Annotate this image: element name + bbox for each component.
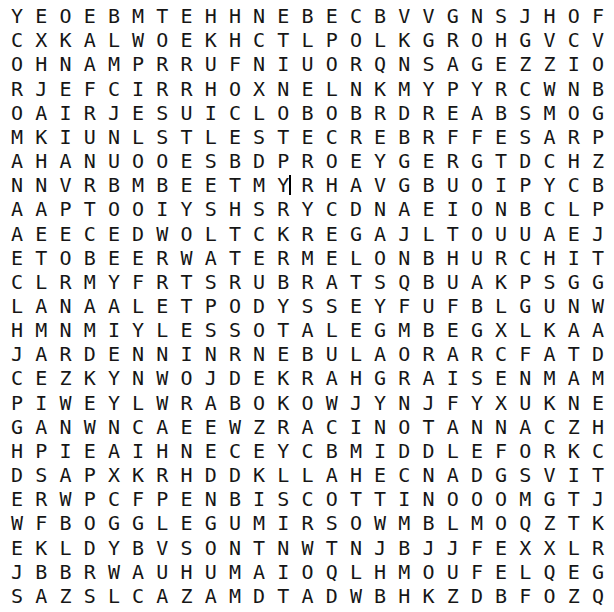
grid-cell[interactable]: A xyxy=(586,318,610,342)
grid-cell[interactable]: U xyxy=(174,101,198,125)
grid-cell[interactable]: U xyxy=(150,560,174,584)
grid-cell[interactable]: B xyxy=(368,4,392,28)
grid-cell[interactable]: G xyxy=(102,511,126,535)
grid-cell[interactable]: I xyxy=(150,197,174,221)
grid-cell[interactable]: W xyxy=(102,560,126,584)
grid-cell[interactable]: R xyxy=(271,246,295,270)
grid-cell[interactable]: K xyxy=(271,221,295,245)
grid-cell[interactable]: N xyxy=(102,415,126,439)
grid-cell[interactable]: M xyxy=(247,173,271,197)
grid-cell[interactable]: Y xyxy=(174,197,198,221)
grid-cell[interactable]: M xyxy=(392,76,416,100)
grid-cell[interactable]: H xyxy=(199,4,223,28)
letter-grid[interactable]: YEOEBMTEHHNEBECBVVGNSJHOFCXKALWOEKHCTLPO… xyxy=(5,4,610,608)
grid-cell[interactable]: A xyxy=(392,197,416,221)
grid-cell[interactable]: O xyxy=(562,4,586,28)
grid-cell[interactable]: T xyxy=(78,197,102,221)
grid-cell[interactable]: D xyxy=(320,584,344,608)
grid-cell[interactable]: R xyxy=(562,125,586,149)
grid-cell[interactable]: K xyxy=(271,366,295,390)
grid-cell[interactable]: H xyxy=(150,439,174,463)
grid-cell[interactable]: T xyxy=(489,149,513,173)
grid-cell[interactable]: M xyxy=(223,584,247,608)
grid-cell[interactable]: X xyxy=(537,536,561,560)
grid-cell[interactable]: R xyxy=(150,76,174,100)
grid-cell[interactable]: E xyxy=(586,391,610,415)
grid-cell[interactable]: O xyxy=(392,342,416,366)
grid-cell[interactable]: H xyxy=(392,584,416,608)
grid-cell[interactable]: X xyxy=(29,28,53,52)
grid-cell[interactable]: A xyxy=(150,415,174,439)
grid-cell[interactable]: P xyxy=(513,173,537,197)
grid-cell[interactable]: Y xyxy=(102,270,126,294)
grid-cell[interactable]: D xyxy=(392,101,416,125)
grid-cell[interactable]: G xyxy=(392,149,416,173)
grid-cell[interactable]: E xyxy=(320,221,344,245)
grid-cell[interactable]: O xyxy=(392,415,416,439)
grid-cell[interactable]: Z xyxy=(174,584,198,608)
grid-cell[interactable]: L xyxy=(295,463,319,487)
grid-cell[interactable]: U xyxy=(416,294,440,318)
grid-cell[interactable]: N xyxy=(126,366,150,390)
grid-cell[interactable]: O xyxy=(465,487,489,511)
grid-cell[interactable]: O xyxy=(416,560,440,584)
grid-cell[interactable]: M xyxy=(247,511,271,535)
grid-cell[interactable]: K xyxy=(416,584,440,608)
grid-cell[interactable]: Q xyxy=(586,584,610,608)
grid-cell[interactable]: U xyxy=(441,173,465,197)
grid-cell[interactable]: O xyxy=(295,560,319,584)
grid-cell[interactable]: E xyxy=(78,4,102,28)
grid-cell[interactable]: Y xyxy=(126,318,150,342)
grid-cell[interactable]: G xyxy=(562,270,586,294)
grid-cell[interactable]: O xyxy=(537,584,561,608)
grid-cell[interactable]: B xyxy=(223,487,247,511)
grid-cell[interactable]: R xyxy=(416,101,440,125)
grid-cell[interactable]: H xyxy=(174,560,198,584)
grid-cell[interactable]: T xyxy=(271,125,295,149)
grid-cell[interactable]: T xyxy=(223,246,247,270)
grid-cell[interactable]: F xyxy=(465,125,489,149)
grid-cell[interactable]: T xyxy=(150,4,174,28)
grid-cell[interactable]: S xyxy=(489,4,513,28)
grid-cell[interactable]: R xyxy=(368,101,392,125)
grid-cell[interactable]: S xyxy=(247,125,271,149)
grid-cell[interactable]: A xyxy=(368,342,392,366)
grid-cell[interactable]: L xyxy=(416,221,440,245)
grid-cell[interactable]: R xyxy=(150,246,174,270)
grid-cell[interactable]: N xyxy=(53,318,77,342)
grid-cell[interactable]: I xyxy=(247,487,271,511)
grid-cell[interactable]: P xyxy=(29,439,53,463)
grid-cell[interactable]: R xyxy=(271,415,295,439)
grid-cell[interactable]: N xyxy=(199,487,223,511)
grid-cell[interactable]: K xyxy=(29,536,53,560)
grid-cell[interactable]: L xyxy=(344,560,368,584)
grid-cell[interactable]: I xyxy=(562,463,586,487)
grid-cell[interactable]: I xyxy=(53,125,77,149)
grid-cell[interactable]: E xyxy=(441,318,465,342)
grid-cell[interactable]: N xyxy=(150,342,174,366)
grid-cell[interactable]: A xyxy=(199,246,223,270)
grid-cell[interactable]: S xyxy=(174,536,198,560)
grid-cell[interactable]: F xyxy=(441,391,465,415)
grid-cell[interactable]: A xyxy=(562,318,586,342)
grid-cell[interactable]: B xyxy=(223,149,247,173)
grid-cell[interactable]: A xyxy=(150,584,174,608)
grid-cell[interactable]: A xyxy=(441,415,465,439)
grid-cell[interactable]: C xyxy=(320,125,344,149)
grid-cell[interactable]: Q xyxy=(513,511,537,535)
grid-cell[interactable]: G xyxy=(586,560,610,584)
grid-cell[interactable]: N xyxy=(247,4,271,28)
grid-cell[interactable]: O xyxy=(223,76,247,100)
grid-cell[interactable]: R xyxy=(78,173,102,197)
grid-cell[interactable]: O xyxy=(53,246,77,270)
grid-cell[interactable]: N xyxy=(465,4,489,28)
grid-cell[interactable]: I xyxy=(174,342,198,366)
grid-cell[interactable]: O xyxy=(586,52,610,76)
grid-cell[interactable]: G xyxy=(537,487,561,511)
grid-cell[interactable]: Y xyxy=(271,439,295,463)
grid-cell[interactable]: A xyxy=(78,52,102,76)
grid-cell[interactable]: C xyxy=(320,415,344,439)
grid-cell[interactable]: B xyxy=(102,4,126,28)
grid-cell[interactable]: Y xyxy=(368,391,392,415)
grid-cell[interactable]: E xyxy=(465,439,489,463)
grid-cell[interactable]: E xyxy=(489,366,513,390)
grid-cell[interactable]: Z xyxy=(247,415,271,439)
grid-cell[interactable]: I xyxy=(53,101,77,125)
grid-cell[interactable]: J xyxy=(416,391,440,415)
grid-cell[interactable]: Y xyxy=(416,76,440,100)
grid-cell[interactable]: B xyxy=(295,342,319,366)
grid-cell[interactable]: L xyxy=(344,342,368,366)
grid-cell[interactable]: L xyxy=(5,294,29,318)
grid-cell[interactable]: R xyxy=(174,52,198,76)
grid-cell[interactable]: W xyxy=(223,415,247,439)
grid-cell[interactable]: V xyxy=(53,173,77,197)
grid-cell[interactable]: V xyxy=(368,173,392,197)
grid-cell[interactable]: L xyxy=(344,246,368,270)
grid-cell[interactable]: R xyxy=(5,76,29,100)
grid-cell[interactable]: M xyxy=(223,560,247,584)
grid-cell[interactable]: A xyxy=(126,560,150,584)
grid-cell[interactable]: I xyxy=(53,439,77,463)
grid-cell[interactable]: N xyxy=(416,463,440,487)
grid-cell[interactable]: F xyxy=(126,487,150,511)
grid-cell[interactable]: S xyxy=(513,101,537,125)
grid-cell[interactable]: U xyxy=(295,52,319,76)
grid-cell[interactable]: R xyxy=(465,342,489,366)
grid-cell[interactable]: O xyxy=(320,487,344,511)
grid-cell[interactable]: B xyxy=(416,511,440,535)
grid-cell[interactable]: O xyxy=(78,511,102,535)
grid-cell[interactable]: V xyxy=(537,463,561,487)
grid-cell[interactable]: I xyxy=(441,197,465,221)
grid-cell[interactable]: Z xyxy=(586,149,610,173)
grid-cell[interactable]: D xyxy=(247,149,271,173)
grid-cell[interactable]: G xyxy=(368,318,392,342)
grid-cell[interactable]: S xyxy=(513,463,537,487)
grid-cell[interactable]: S xyxy=(199,270,223,294)
grid-cell[interactable]: A xyxy=(465,270,489,294)
grid-cell[interactable]: N xyxy=(392,246,416,270)
grid-cell[interactable]: B xyxy=(416,173,440,197)
grid-cell[interactable]: M xyxy=(392,560,416,584)
grid-cell[interactable]: A xyxy=(465,101,489,125)
grid-cell[interactable]: T xyxy=(441,221,465,245)
grid-cell[interactable]: E xyxy=(53,221,77,245)
grid-cell[interactable]: L xyxy=(441,439,465,463)
grid-cell[interactable]: Z xyxy=(53,584,77,608)
grid-cell[interactable]: G xyxy=(465,149,489,173)
grid-cell[interactable]: T xyxy=(174,125,198,149)
grid-cell[interactable]: M xyxy=(392,318,416,342)
grid-cell[interactable]: R xyxy=(295,270,319,294)
grid-cell[interactable]: A xyxy=(78,28,102,52)
grid-cell[interactable]: K xyxy=(126,463,150,487)
grid-cell[interactable]: E xyxy=(174,487,198,511)
grid-cell[interactable]: F xyxy=(126,270,150,294)
grid-cell[interactable]: B xyxy=(53,511,77,535)
grid-cell[interactable]: H xyxy=(537,246,561,270)
grid-cell[interactable]: B xyxy=(368,584,392,608)
grid-cell[interactable]: H xyxy=(199,76,223,100)
grid-cell[interactable]: D xyxy=(223,366,247,390)
grid-cell[interactable]: O xyxy=(150,28,174,52)
grid-cell[interactable]: P xyxy=(513,270,537,294)
grid-cell[interactable]: S xyxy=(5,584,29,608)
grid-cell[interactable]: N xyxy=(392,52,416,76)
grid-cell[interactable]: Q xyxy=(537,560,561,584)
grid-cell[interactable]: N xyxy=(489,197,513,221)
grid-cell[interactable]: A xyxy=(53,149,77,173)
grid-cell[interactable]: L xyxy=(126,391,150,415)
grid-cell[interactable]: G xyxy=(465,318,489,342)
grid-cell[interactable]: C xyxy=(295,439,319,463)
grid-cell[interactable]: L xyxy=(199,221,223,245)
grid-cell[interactable]: F xyxy=(78,76,102,100)
grid-cell[interactable]: E xyxy=(174,511,198,535)
grid-cell[interactable]: O xyxy=(295,391,319,415)
grid-cell[interactable]: U xyxy=(465,246,489,270)
grid-cell[interactable]: C xyxy=(537,149,561,173)
grid-cell[interactable]: N xyxy=(53,294,77,318)
grid-cell[interactable]: W xyxy=(150,221,174,245)
grid-cell[interactable]: N xyxy=(271,76,295,100)
grid-cell[interactable]: D xyxy=(247,294,271,318)
grid-cell[interactable]: F xyxy=(489,439,513,463)
grid-cell[interactable]: C xyxy=(513,246,537,270)
grid-cell[interactable]: D xyxy=(392,439,416,463)
grid-cell[interactable]: G xyxy=(441,4,465,28)
grid-cell[interactable]: A xyxy=(441,52,465,76)
grid-cell[interactable]: E xyxy=(247,439,271,463)
grid-cell[interactable]: B xyxy=(126,536,150,560)
grid-cell[interactable]: E xyxy=(344,149,368,173)
grid-cell[interactable]: I xyxy=(562,246,586,270)
grid-cell[interactable]: A xyxy=(537,125,561,149)
grid-cell[interactable]: U xyxy=(441,270,465,294)
grid-cell[interactable]: T xyxy=(562,487,586,511)
grid-cell[interactable]: R xyxy=(150,463,174,487)
grid-cell[interactable]: R xyxy=(150,52,174,76)
grid-cell[interactable]: B xyxy=(320,439,344,463)
grid-cell[interactable]: A xyxy=(102,294,126,318)
grid-cell[interactable]: C xyxy=(5,270,29,294)
grid-cell[interactable]: O xyxy=(489,487,513,511)
grid-cell[interactable]: S xyxy=(271,487,295,511)
grid-cell[interactable]: L xyxy=(102,28,126,52)
grid-cell[interactable]: S xyxy=(29,463,53,487)
grid-cell[interactable]: E xyxy=(271,342,295,366)
grid-cell[interactable]: E xyxy=(489,52,513,76)
grid-cell[interactable]: H xyxy=(441,246,465,270)
grid-cell[interactable]: U xyxy=(199,560,223,584)
grid-cell[interactable]: G xyxy=(513,28,537,52)
grid-cell[interactable]: J xyxy=(5,342,29,366)
grid-cell[interactable]: O xyxy=(320,101,344,125)
grid-cell[interactable]: C xyxy=(344,4,368,28)
grid-cell[interactable]: H xyxy=(174,463,198,487)
grid-cell[interactable]: A xyxy=(102,439,126,463)
grid-cell[interactable]: J xyxy=(102,101,126,125)
grid-cell[interactable]: K xyxy=(29,125,53,149)
grid-cell[interactable]: B xyxy=(586,76,610,100)
grid-cell[interactable]: B xyxy=(392,536,416,560)
grid-cell[interactable]: O xyxy=(126,197,150,221)
grid-cell[interactable]: E xyxy=(489,536,513,560)
grid-cell[interactable]: Y xyxy=(102,391,126,415)
grid-cell[interactable]: Z xyxy=(537,52,561,76)
grid-cell[interactable]: H xyxy=(562,149,586,173)
grid-cell[interactable]: N xyxy=(247,342,271,366)
grid-cell[interactable]: Y xyxy=(271,294,295,318)
grid-cell[interactable]: N xyxy=(223,536,247,560)
grid-cell[interactable]: A xyxy=(295,318,319,342)
grid-cell[interactable]: A xyxy=(199,584,223,608)
grid-cell[interactable]: I xyxy=(126,76,150,100)
grid-cell[interactable]: K xyxy=(78,366,102,390)
grid-cell[interactable]: O xyxy=(223,294,247,318)
grid-cell[interactable]: N xyxy=(344,536,368,560)
grid-cell[interactable]: E xyxy=(223,125,247,149)
grid-cell[interactable]: E xyxy=(29,221,53,245)
grid-cell[interactable]: K xyxy=(489,270,513,294)
grid-cell[interactable]: D xyxy=(513,149,537,173)
grid-cell[interactable]: L xyxy=(126,294,150,318)
grid-cell[interactable]: O xyxy=(368,246,392,270)
grid-cell[interactable]: T xyxy=(29,246,53,270)
grid-cell[interactable]: O xyxy=(271,101,295,125)
grid-cell[interactable]: S xyxy=(223,318,247,342)
grid-cell[interactable]: D xyxy=(344,197,368,221)
grid-cell[interactable]: V xyxy=(416,4,440,28)
grid-cell[interactable]: I xyxy=(271,511,295,535)
grid-cell[interactable]: A xyxy=(29,415,53,439)
grid-cell[interactable]: U xyxy=(537,294,561,318)
grid-cell[interactable]: S xyxy=(465,366,489,390)
grid-cell[interactable]: T xyxy=(247,536,271,560)
grid-cell[interactable]: E xyxy=(562,560,586,584)
grid-cell[interactable]: M xyxy=(102,52,126,76)
grid-cell[interactable]: Q xyxy=(368,52,392,76)
grid-cell[interactable]: Z xyxy=(537,511,561,535)
grid-cell[interactable]: A xyxy=(513,415,537,439)
grid-cell[interactable]: W xyxy=(150,366,174,390)
grid-cell[interactable]: E xyxy=(489,125,513,149)
grid-cell[interactable]: L xyxy=(102,584,126,608)
grid-cell[interactable]: C xyxy=(126,584,150,608)
grid-cell[interactable]: B xyxy=(295,4,319,28)
grid-cell[interactable]: M xyxy=(295,246,319,270)
grid-cell[interactable]: M xyxy=(513,487,537,511)
grid-cell[interactable]: P xyxy=(150,487,174,511)
grid-cell[interactable]: J xyxy=(586,487,610,511)
grid-cell[interactable]: N xyxy=(271,536,295,560)
grid-cell[interactable]: O xyxy=(102,197,126,221)
grid-cell[interactable]: E xyxy=(29,366,53,390)
grid-cell[interactable]: A xyxy=(29,342,53,366)
grid-cell[interactable]: Y xyxy=(102,366,126,390)
grid-cell[interactable]: O xyxy=(513,439,537,463)
grid-cell[interactable]: H xyxy=(29,149,53,173)
grid-cell[interactable]: M xyxy=(78,270,102,294)
grid-cell[interactable]: A xyxy=(537,221,561,245)
grid-cell[interactable]: R xyxy=(29,487,53,511)
grid-cell[interactable]: R xyxy=(489,246,513,270)
grid-cell[interactable]: R xyxy=(271,197,295,221)
grid-cell[interactable]: O xyxy=(247,391,271,415)
grid-cell[interactable]: I xyxy=(562,52,586,76)
grid-cell[interactable]: E xyxy=(416,197,440,221)
grid-cell[interactable]: M xyxy=(586,366,610,390)
grid-cell[interactable]: T xyxy=(223,221,247,245)
grid-cell[interactable]: E xyxy=(295,125,319,149)
grid-cell[interactable]: R xyxy=(53,270,77,294)
grid-cell[interactable]: L xyxy=(29,270,53,294)
grid-cell[interactable]: R xyxy=(223,270,247,294)
grid-cell[interactable]: P xyxy=(586,197,610,221)
grid-cell[interactable]: B xyxy=(416,318,440,342)
grid-cell[interactable]: R xyxy=(174,391,198,415)
grid-cell[interactable]: J xyxy=(392,221,416,245)
grid-cell[interactable]: A xyxy=(320,366,344,390)
grid-cell[interactable]: R xyxy=(344,125,368,149)
grid-cell[interactable]: C xyxy=(586,439,610,463)
grid-cell[interactable]: E xyxy=(53,76,77,100)
grid-cell[interactable]: Y xyxy=(368,149,392,173)
grid-cell[interactable]: P xyxy=(441,76,465,100)
grid-cell[interactable]: L xyxy=(247,101,271,125)
grid-cell[interactable]: P xyxy=(320,28,344,52)
grid-cell[interactable]: B xyxy=(392,125,416,149)
grid-cell[interactable]: D xyxy=(78,342,102,366)
grid-cell[interactable]: M xyxy=(392,511,416,535)
grid-cell[interactable]: G xyxy=(586,270,610,294)
grid-cell[interactable]: I xyxy=(344,415,368,439)
grid-cell[interactable]: S xyxy=(199,197,223,221)
grid-cell[interactable]: O xyxy=(465,197,489,221)
grid-cell[interactable]: E xyxy=(320,4,344,28)
grid-cell[interactable]: O xyxy=(465,28,489,52)
grid-cell[interactable]: E xyxy=(174,28,198,52)
grid-cell[interactable]: E xyxy=(562,221,586,245)
grid-cell[interactable]: W xyxy=(586,294,610,318)
grid-cell[interactable]: U xyxy=(513,221,537,245)
grid-cell[interactable]: T xyxy=(271,318,295,342)
